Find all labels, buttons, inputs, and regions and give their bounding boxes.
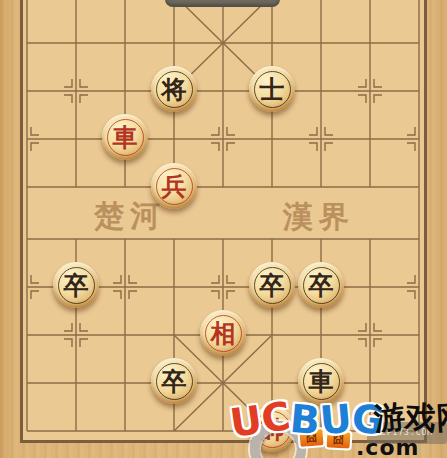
black-soldier[interactable]: 卒 bbox=[298, 262, 344, 308]
red-soldier[interactable]: 兵 bbox=[151, 163, 197, 209]
watermark-site-name: 游戏网 bbox=[374, 400, 447, 434]
black-soldier[interactable]: 卒 bbox=[249, 262, 295, 308]
watermark-brand-b: B bbox=[289, 399, 322, 440]
red-chariot[interactable]: 車 bbox=[102, 114, 148, 160]
piece-ring bbox=[58, 267, 95, 304]
piece-ring bbox=[107, 119, 144, 156]
watermark-brand: UCBUG bbox=[230, 400, 384, 439]
piece-ring bbox=[303, 267, 340, 304]
black-soldier[interactable]: 卒 bbox=[151, 358, 197, 404]
piece-ring bbox=[156, 71, 193, 108]
top-tray bbox=[165, 0, 280, 7]
piece-ring bbox=[254, 71, 291, 108]
piece-ring bbox=[303, 363, 340, 400]
watermark-tld: .com bbox=[356, 435, 419, 458]
site-watermark: CP173.COM 囧 囧 UCBUG 游戏网 .com bbox=[228, 399, 447, 458]
xiangqi-game-screen: 楚河 漢界 将士車兵卒卒卒相卒車帥 CP173.COM 囧 囧 UCBUG 游戏… bbox=[0, 0, 447, 458]
pieces-layer: 将士車兵卒卒卒相卒車帥 bbox=[3, 0, 444, 455]
watermark-brand-uc: UC bbox=[228, 396, 293, 443]
black-soldier[interactable]: 卒 bbox=[53, 262, 99, 308]
watermark-brand-u: U bbox=[318, 399, 353, 441]
piece-ring bbox=[205, 315, 242, 352]
red-elephant[interactable]: 相 bbox=[200, 310, 246, 356]
piece-ring bbox=[156, 363, 193, 400]
piece-ring bbox=[156, 168, 193, 205]
black-general[interactable]: 将 bbox=[151, 66, 197, 112]
black-advisor[interactable]: 士 bbox=[249, 66, 295, 112]
piece-ring bbox=[254, 267, 291, 304]
